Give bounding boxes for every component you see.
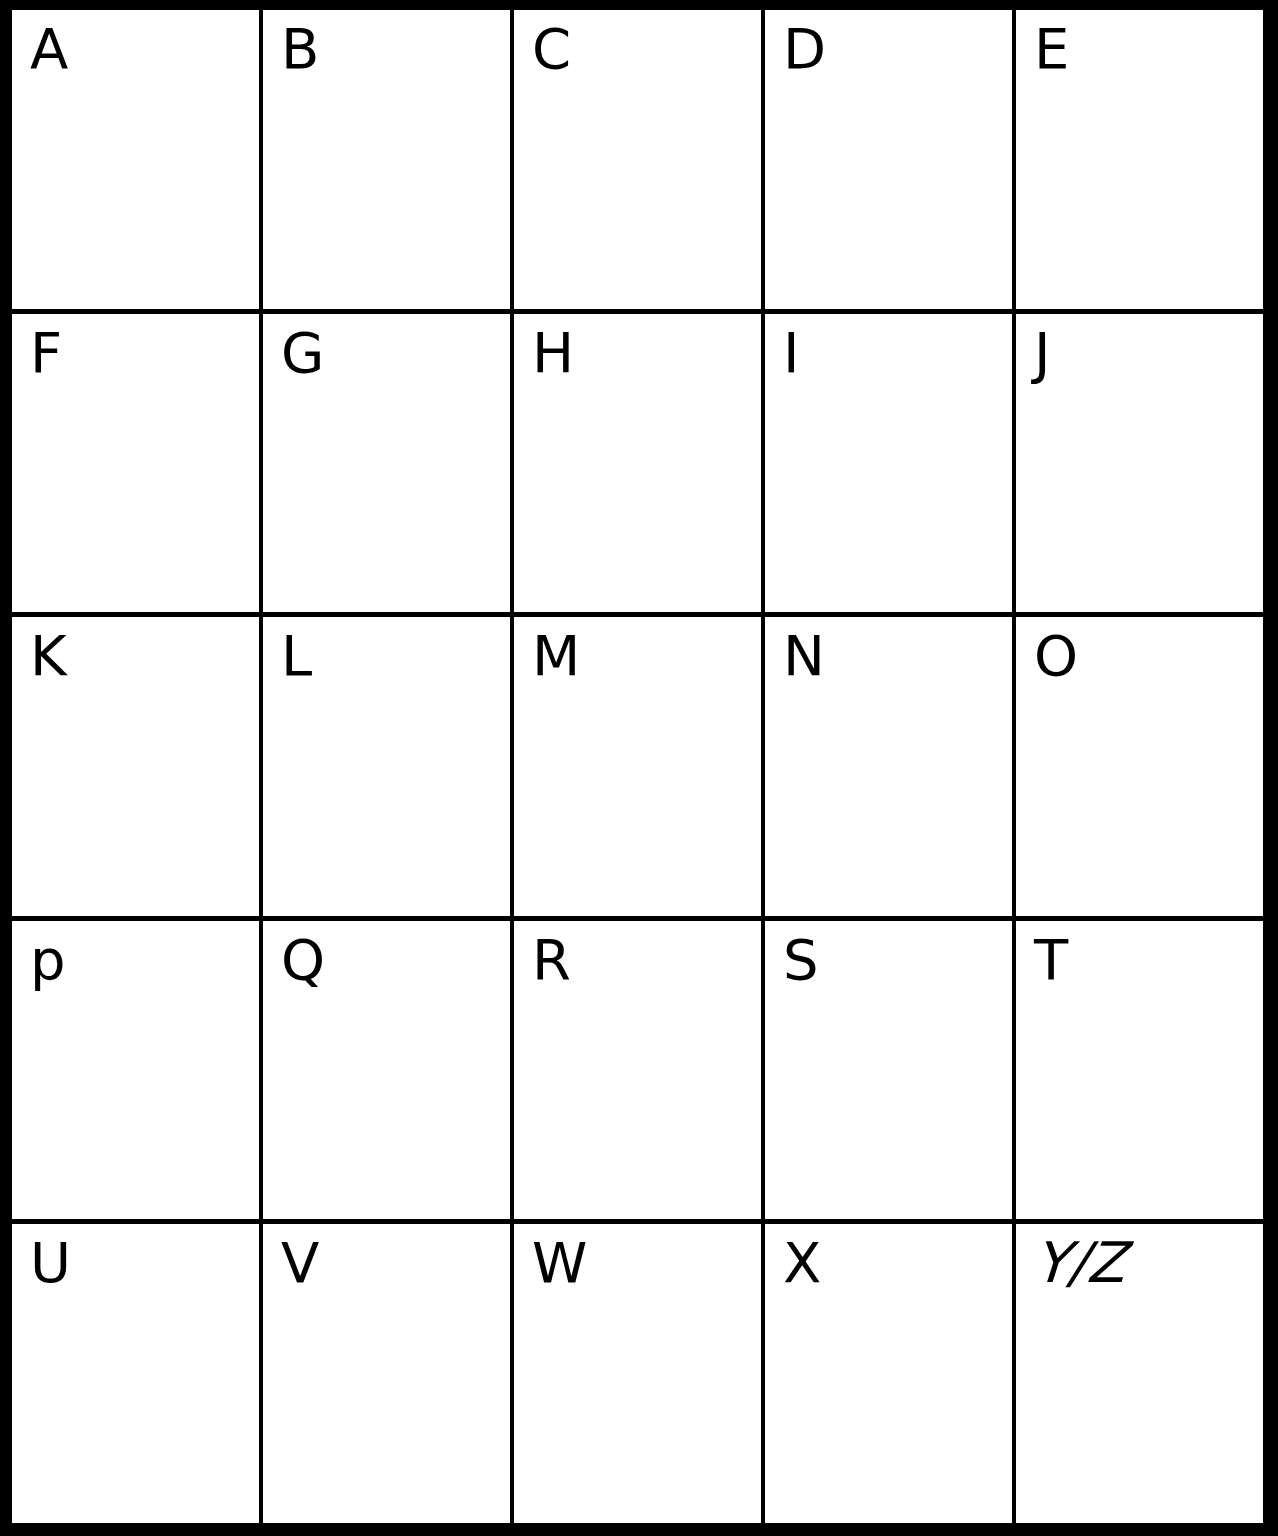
grid-cell-l[interactable]: L <box>263 617 510 916</box>
grid-cell-i[interactable]: I <box>765 314 1012 613</box>
grid-cell-m[interactable]: M <box>514 617 761 916</box>
grid-cell-e[interactable]: E <box>1016 10 1263 309</box>
cell-letter: H <box>532 324 574 383</box>
cell-letter: R <box>532 931 571 990</box>
cell-letter: G <box>281 324 324 383</box>
cell-letter: Y/Z <box>1032 1234 1128 1293</box>
cell-letter: D <box>783 20 826 79</box>
grid-cell-y-z[interactable]: Y/Z <box>1016 1224 1263 1523</box>
grid-cell-k[interactable]: K <box>12 617 259 916</box>
cell-letter: Q <box>281 931 325 990</box>
grid-cell-q[interactable]: Q <box>263 921 510 1220</box>
grid-cell-u[interactable]: U <box>12 1224 259 1523</box>
grid-cell-c[interactable]: C <box>514 10 761 309</box>
grid-cell-x[interactable]: X <box>765 1224 1012 1523</box>
grid-cell-p[interactable]: p <box>12 921 259 1220</box>
grid-cell-v[interactable]: V <box>263 1224 510 1523</box>
grid-cell-j[interactable]: J <box>1016 314 1263 613</box>
cell-letter: K <box>30 627 67 686</box>
cell-letter: E <box>1034 20 1069 79</box>
cell-letter: O <box>1034 627 1078 686</box>
cell-letter: B <box>281 20 319 79</box>
cell-letter: F <box>30 324 62 383</box>
grid-cell-a[interactable]: A <box>12 10 259 309</box>
grid-cell-n[interactable]: N <box>765 617 1012 916</box>
cell-letter: T <box>1034 931 1068 990</box>
cell-letter: L <box>281 627 312 686</box>
grid-cell-h[interactable]: H <box>514 314 761 613</box>
cell-letter: N <box>783 627 825 686</box>
grid-cell-o[interactable]: O <box>1016 617 1263 916</box>
cell-letter: M <box>532 627 580 686</box>
grid-cell-d[interactable]: D <box>765 10 1012 309</box>
grid-cell-f[interactable]: F <box>12 314 259 613</box>
grid-cell-g[interactable]: G <box>263 314 510 613</box>
cell-letter: C <box>532 20 571 79</box>
grid-cell-t[interactable]: T <box>1016 921 1263 1220</box>
cell-letter: S <box>783 931 819 990</box>
cell-letter: V <box>281 1234 319 1293</box>
grid-cell-b[interactable]: B <box>263 10 510 309</box>
cell-letter: A <box>30 20 68 79</box>
cell-letter: I <box>783 324 800 383</box>
cell-letter: J <box>1034 324 1051 383</box>
grid-cell-s[interactable]: S <box>765 921 1012 1220</box>
grid-cell-w[interactable]: W <box>514 1224 761 1523</box>
cell-letter: U <box>30 1234 71 1293</box>
cell-letter: p <box>30 931 66 990</box>
cell-letter: X <box>783 1234 821 1293</box>
grid-cell-r[interactable]: R <box>514 921 761 1220</box>
cell-letter: W <box>532 1234 587 1293</box>
alphabet-grid-board: ABCDEFGHIJKLMNOpQRSTUVWXY/Z <box>0 0 1278 1536</box>
